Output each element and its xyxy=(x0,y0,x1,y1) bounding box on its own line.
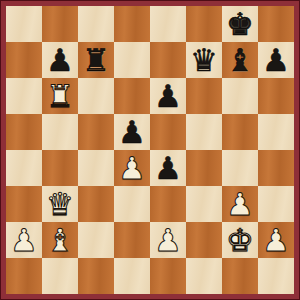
square-f8[interactable] xyxy=(186,6,222,42)
square-a4[interactable] xyxy=(6,150,42,186)
black-pawn[interactable]: ♟ xyxy=(46,42,74,78)
white-pawn[interactable]: ♟ xyxy=(10,222,38,258)
square-g8[interactable]: ♚ xyxy=(222,6,258,42)
square-f2[interactable] xyxy=(186,222,222,258)
black-king[interactable]: ♚ xyxy=(226,6,254,42)
square-f3[interactable] xyxy=(186,186,222,222)
square-c7[interactable]: ♜ xyxy=(78,42,114,78)
square-f6[interactable] xyxy=(186,78,222,114)
square-e6[interactable]: ♟ xyxy=(150,78,186,114)
square-g4[interactable] xyxy=(222,150,258,186)
square-b4[interactable] xyxy=(42,150,78,186)
chess-board-frame: ♚♟♜♛♝♟♜♟♟♟♟♛♟♟♝♟♚♟ xyxy=(1,1,299,299)
square-d1[interactable] xyxy=(114,258,150,294)
chess-board-frame-edge: ♚♟♜♛♝♟♜♟♟♟♟♛♟♟♝♟♚♟ xyxy=(0,0,300,300)
square-h1[interactable] xyxy=(258,258,294,294)
black-pawn[interactable]: ♟ xyxy=(118,114,146,150)
square-a1[interactable] xyxy=(6,258,42,294)
square-h5[interactable] xyxy=(258,114,294,150)
square-b6[interactable]: ♜ xyxy=(42,78,78,114)
square-c3[interactable] xyxy=(78,186,114,222)
white-bishop[interactable]: ♝ xyxy=(46,222,74,258)
square-a6[interactable] xyxy=(6,78,42,114)
black-bishop[interactable]: ♝ xyxy=(226,42,254,78)
square-a5[interactable] xyxy=(6,114,42,150)
square-g3[interactable]: ♟ xyxy=(222,186,258,222)
white-king[interactable]: ♚ xyxy=(226,222,254,258)
square-b8[interactable] xyxy=(42,6,78,42)
square-a2[interactable]: ♟ xyxy=(6,222,42,258)
black-pawn[interactable]: ♟ xyxy=(154,78,182,114)
square-e3[interactable] xyxy=(150,186,186,222)
square-d2[interactable] xyxy=(114,222,150,258)
square-g1[interactable] xyxy=(222,258,258,294)
square-e4[interactable]: ♟ xyxy=(150,150,186,186)
square-e7[interactable] xyxy=(150,42,186,78)
square-h2[interactable]: ♟ xyxy=(258,222,294,258)
square-d4[interactable]: ♟ xyxy=(114,150,150,186)
square-g6[interactable] xyxy=(222,78,258,114)
square-c5[interactable] xyxy=(78,114,114,150)
black-pawn[interactable]: ♟ xyxy=(262,42,290,78)
square-e5[interactable] xyxy=(150,114,186,150)
white-pawn[interactable]: ♟ xyxy=(154,222,182,258)
square-c8[interactable] xyxy=(78,6,114,42)
white-pawn[interactable]: ♟ xyxy=(118,150,146,186)
square-h6[interactable] xyxy=(258,78,294,114)
square-b1[interactable] xyxy=(42,258,78,294)
square-e8[interactable] xyxy=(150,6,186,42)
square-f7[interactable]: ♛ xyxy=(186,42,222,78)
square-h3[interactable] xyxy=(258,186,294,222)
square-h8[interactable] xyxy=(258,6,294,42)
square-a7[interactable] xyxy=(6,42,42,78)
square-e1[interactable] xyxy=(150,258,186,294)
square-d5[interactable]: ♟ xyxy=(114,114,150,150)
square-f5[interactable] xyxy=(186,114,222,150)
square-c2[interactable] xyxy=(78,222,114,258)
square-d6[interactable] xyxy=(114,78,150,114)
square-f4[interactable] xyxy=(186,150,222,186)
chess-board: ♚♟♜♛♝♟♜♟♟♟♟♛♟♟♝♟♚♟ xyxy=(6,6,294,294)
square-g5[interactable] xyxy=(222,114,258,150)
square-d7[interactable] xyxy=(114,42,150,78)
square-g2[interactable]: ♚ xyxy=(222,222,258,258)
square-f1[interactable] xyxy=(186,258,222,294)
square-c6[interactable] xyxy=(78,78,114,114)
square-b7[interactable]: ♟ xyxy=(42,42,78,78)
square-d8[interactable] xyxy=(114,6,150,42)
white-pawn[interactable]: ♟ xyxy=(262,222,290,258)
white-rook[interactable]: ♜ xyxy=(46,78,74,114)
square-g7[interactable]: ♝ xyxy=(222,42,258,78)
square-d3[interactable] xyxy=(114,186,150,222)
white-queen[interactable]: ♛ xyxy=(46,186,74,222)
square-b3[interactable]: ♛ xyxy=(42,186,78,222)
black-pawn[interactable]: ♟ xyxy=(154,150,182,186)
square-b2[interactable]: ♝ xyxy=(42,222,78,258)
square-a8[interactable] xyxy=(6,6,42,42)
black-queen[interactable]: ♛ xyxy=(190,42,218,78)
square-c4[interactable] xyxy=(78,150,114,186)
square-h7[interactable]: ♟ xyxy=(258,42,294,78)
square-h4[interactable] xyxy=(258,150,294,186)
square-a3[interactable] xyxy=(6,186,42,222)
square-e2[interactable]: ♟ xyxy=(150,222,186,258)
white-pawn[interactable]: ♟ xyxy=(226,186,254,222)
black-rook[interactable]: ♜ xyxy=(82,42,110,78)
square-c1[interactable] xyxy=(78,258,114,294)
square-b5[interactable] xyxy=(42,114,78,150)
